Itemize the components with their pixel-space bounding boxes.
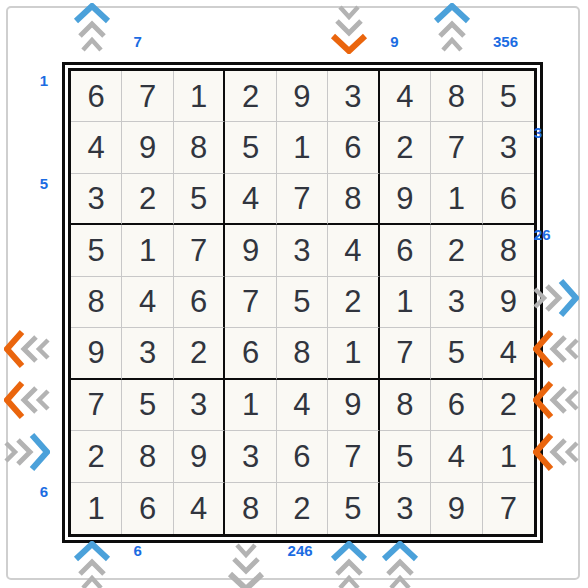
cell-r8c6[interactable]: 7 [328, 431, 379, 482]
arrow-top-col1-up [73, 3, 111, 54]
clue-top-col2: 7 [134, 33, 142, 51]
cell-r3c9[interactable]: 6 [483, 174, 534, 225]
chevron-right-icon [547, 286, 559, 310]
cell-r8c2[interactable]: 8 [122, 431, 173, 482]
cell-r8c3[interactable]: 9 [174, 431, 225, 482]
cell-r3c3[interactable]: 5 [174, 174, 225, 225]
cell-r3c4[interactable]: 4 [225, 174, 276, 225]
cell-r1c6[interactable]: 3 [328, 71, 379, 122]
clue-left-row9: 6 [8, 483, 48, 501]
cell-r4c9[interactable]: 8 [483, 225, 534, 276]
chevron-down-icon [234, 559, 258, 571]
chevron-left-icon [39, 391, 48, 409]
chevron-right-icon [32, 435, 47, 469]
clue-bottom-col5: 246 [288, 542, 313, 560]
chevron-right-icon [535, 289, 544, 307]
cell-r5c2[interactable]: 4 [122, 277, 173, 328]
cell-r1c1[interactable]: 6 [71, 71, 122, 122]
cell-r4c8[interactable]: 2 [431, 225, 482, 276]
chevron-left-icon [24, 388, 36, 412]
cell-r2c8[interactable]: 7 [431, 122, 482, 173]
cell-r6c3[interactable]: 2 [174, 328, 225, 379]
sudoku-board: 6712934854985162733254789165179346288467… [62, 62, 543, 543]
arrow-bottom-col7-up [381, 541, 419, 588]
cell-r9c5[interactable]: 2 [277, 483, 328, 534]
cell-r1c5[interactable]: 9 [277, 71, 328, 122]
cell-r8c4[interactable]: 3 [225, 431, 276, 482]
cell-r5c9[interactable]: 9 [483, 277, 534, 328]
clue-left-row3: 5 [8, 175, 48, 193]
cell-r5c7[interactable]: 1 [380, 277, 431, 328]
cell-r4c3[interactable]: 7 [174, 225, 225, 276]
cell-r6c8[interactable]: 5 [431, 328, 482, 379]
chevron-up-icon [384, 544, 416, 559]
clue-top-col7: 9 [390, 33, 398, 51]
cell-r8c8[interactable]: 4 [431, 431, 482, 482]
cell-r7c1[interactable]: 7 [71, 380, 122, 431]
cell-r1c3[interactable]: 1 [174, 71, 225, 122]
chevron-up-icon [340, 578, 358, 588]
chevron-left-icon [568, 340, 577, 358]
chevron-right-icon [6, 443, 15, 461]
cell-r2c4[interactable]: 5 [225, 122, 276, 173]
cell-r8c9[interactable]: 1 [483, 431, 534, 482]
clue-bottom-col2: 6 [134, 542, 142, 560]
cell-r1c8[interactable]: 8 [431, 71, 482, 122]
cell-r9c6[interactable]: 5 [328, 483, 379, 534]
clue-right-row2: 3 [534, 124, 542, 142]
arrow-bottom-col4-down [227, 541, 265, 588]
chevron-up-icon [76, 544, 108, 559]
chevron-left-icon [553, 388, 565, 412]
cell-r7c7[interactable]: 8 [380, 380, 431, 431]
chevron-left-icon [536, 332, 551, 366]
chevron-down-icon [230, 574, 262, 588]
cell-r7c2[interactable]: 5 [122, 380, 173, 431]
cell-r9c2[interactable]: 6 [122, 483, 173, 534]
arrow-left-row7-left [4, 380, 50, 420]
cell-r5c4[interactable]: 7 [225, 277, 276, 328]
chevron-down-icon [340, 7, 358, 17]
cell-r9c4[interactable]: 8 [225, 483, 276, 534]
clue-left-row1: 1 [8, 72, 48, 90]
cell-r4c7[interactable]: 6 [380, 225, 431, 276]
chevron-left-icon [7, 383, 22, 417]
cell-r3c6[interactable]: 8 [328, 174, 379, 225]
cell-r7c3[interactable]: 3 [174, 380, 225, 431]
chevron-up-icon [76, 6, 108, 21]
chevron-left-icon [553, 440, 565, 464]
arrow-right-row5-right [533, 278, 579, 318]
chevron-up-icon [440, 24, 464, 36]
cell-r3c8[interactable]: 1 [431, 174, 482, 225]
arrow-right-row7-left [533, 380, 579, 420]
chevron-up-icon [83, 40, 101, 50]
arrow-top-col6-down [330, 3, 368, 54]
chevron-up-icon [388, 562, 412, 574]
cell-r7c9[interactable]: 2 [483, 380, 534, 431]
cell-r9c3[interactable]: 4 [174, 483, 225, 534]
cell-r6c1[interactable]: 9 [71, 328, 122, 379]
chevron-left-icon [39, 340, 48, 358]
arrow-left-row8-right [4, 432, 50, 472]
cell-r2c7[interactable]: 2 [380, 122, 431, 173]
chevron-left-icon [24, 337, 36, 361]
cell-r3c1[interactable]: 3 [71, 174, 122, 225]
cell-r9c7[interactable]: 3 [380, 483, 431, 534]
cell-r4c2[interactable]: 1 [122, 225, 173, 276]
cell-r7c8[interactable]: 6 [431, 380, 482, 431]
cell-r8c5[interactable]: 6 [277, 431, 328, 482]
chevron-up-icon [83, 578, 101, 588]
cell-r8c1[interactable]: 2 [71, 431, 122, 482]
cell-r1c2[interactable]: 7 [122, 71, 173, 122]
chevron-down-icon [333, 36, 365, 51]
chevron-up-icon [443, 40, 461, 50]
cell-r7c6[interactable]: 9 [328, 380, 379, 431]
cell-r5c3[interactable]: 6 [174, 277, 225, 328]
arrow-top-col8-up [433, 3, 471, 54]
cell-r5c6[interactable]: 2 [328, 277, 379, 328]
cell-r7c5[interactable]: 4 [277, 380, 328, 431]
chevron-left-icon [7, 332, 22, 366]
cell-r6c5[interactable]: 8 [277, 328, 328, 379]
cell-r2c6[interactable]: 6 [328, 122, 379, 173]
cell-r2c5[interactable]: 1 [277, 122, 328, 173]
clue-top-col9: 356 [493, 33, 518, 51]
chevron-up-icon [80, 562, 104, 574]
chevron-right-icon [561, 281, 576, 315]
cell-r7c4[interactable]: 1 [225, 380, 276, 431]
cell-r4c6[interactable]: 4 [328, 225, 379, 276]
cell-r9c9[interactable]: 7 [483, 483, 534, 534]
arrow-right-row8-left [533, 432, 579, 472]
cell-r4c4[interactable]: 9 [225, 225, 276, 276]
sudoku-grid: 6712934854985162733254789165179346288467… [68, 68, 537, 537]
cell-r5c1[interactable]: 8 [71, 277, 122, 328]
cell-r6c2[interactable]: 3 [122, 328, 173, 379]
cell-r9c1[interactable]: 1 [71, 483, 122, 534]
arrow-right-row6-left [533, 329, 579, 369]
chevron-right-icon [18, 440, 30, 464]
cell-r2c3[interactable]: 8 [174, 122, 225, 173]
cell-r1c7[interactable]: 4 [380, 71, 431, 122]
cell-r4c5[interactable]: 3 [277, 225, 328, 276]
arrow-bottom-col1-up [73, 541, 111, 588]
cell-r2c9[interactable]: 3 [483, 122, 534, 173]
cell-r3c7[interactable]: 9 [380, 174, 431, 225]
cell-r8c7[interactable]: 5 [380, 431, 431, 482]
chevron-left-icon [553, 337, 565, 361]
chevron-up-icon [391, 578, 409, 588]
chevron-left-icon [568, 443, 577, 461]
chevron-left-icon [568, 391, 577, 409]
arrow-left-row6-left [4, 329, 50, 369]
cell-r6c9[interactable]: 4 [483, 328, 534, 379]
cell-r9c8[interactable]: 9 [431, 483, 482, 534]
cell-r5c5[interactable]: 5 [277, 277, 328, 328]
puzzle-panel: 6712934854985162733254789165179346288467… [6, 6, 580, 580]
clue-right-row4: 26 [534, 226, 551, 244]
cell-r1c4[interactable]: 2 [225, 71, 276, 122]
cell-r2c1[interactable]: 4 [71, 122, 122, 173]
cell-r6c4[interactable]: 6 [225, 328, 276, 379]
cell-r5c8[interactable]: 3 [431, 277, 482, 328]
chevron-down-icon [337, 21, 361, 33]
cell-r4c1[interactable]: 5 [71, 225, 122, 276]
chevron-down-icon [237, 545, 255, 555]
cell-r3c2[interactable]: 2 [122, 174, 173, 225]
chevron-up-icon [80, 24, 104, 36]
chevron-up-icon [337, 562, 361, 574]
cell-r6c7[interactable]: 7 [380, 328, 431, 379]
cell-r1c9[interactable]: 5 [483, 71, 534, 122]
arrow-bottom-col6-up [330, 541, 368, 588]
chevron-up-icon [333, 544, 365, 559]
cell-r3c5[interactable]: 7 [277, 174, 328, 225]
cell-r2c2[interactable]: 9 [122, 122, 173, 173]
chevron-left-icon [536, 383, 551, 417]
cell-r6c6[interactable]: 1 [328, 328, 379, 379]
chevron-left-icon [536, 435, 551, 469]
chevron-up-icon [436, 6, 468, 21]
